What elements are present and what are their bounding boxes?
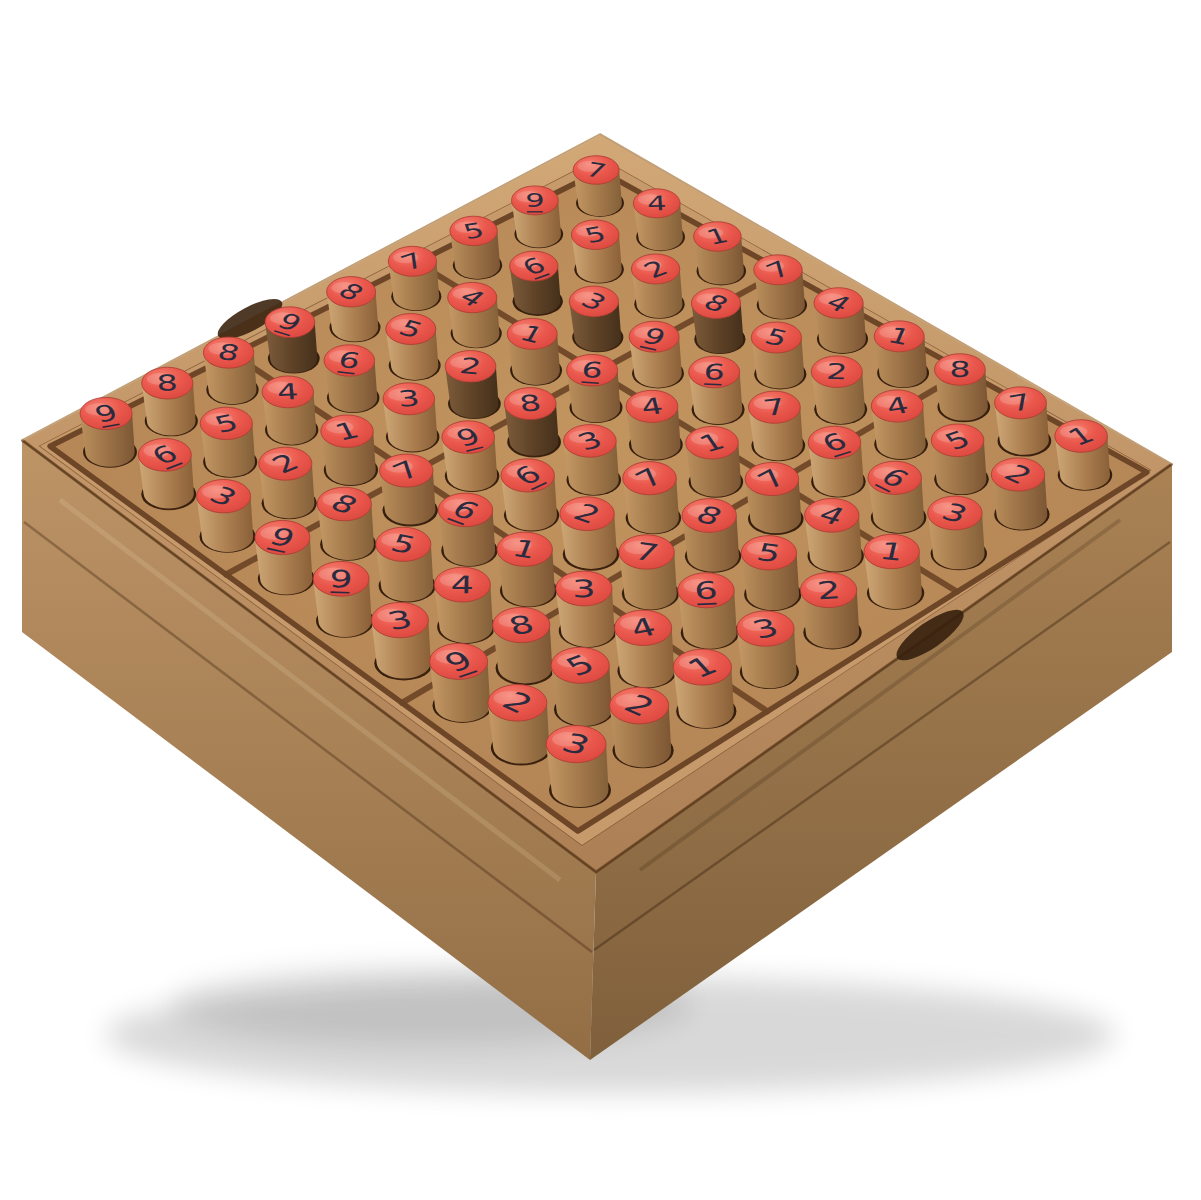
peg-r9c2[interactable]: 6	[138, 438, 194, 508]
peg-digit: 6	[702, 359, 726, 386]
peg-digit: 4	[646, 191, 667, 215]
peg-digit: 6	[580, 357, 605, 384]
peg-digit-group: 4	[276, 379, 299, 405]
peg-r7c9[interactable]: 1	[673, 649, 734, 728]
peg-r2c6[interactable]: 2	[811, 356, 865, 424]
peg-r9c9[interactable]: 3	[546, 726, 608, 808]
digit-underline-mark	[331, 592, 350, 593]
peg-digit: 2	[815, 576, 841, 605]
peg-digit-group: 2	[825, 359, 848, 385]
peg-r6c4[interactable]: 9	[442, 421, 497, 491]
peg-r2c2[interactable]: 5	[571, 220, 621, 283]
wooden-sudoku-board: 7945517627843489511958628626843784479511…	[0, 0, 1201, 1200]
peg-r1c6[interactable]: 1	[874, 321, 927, 388]
peg-digit: 4	[276, 379, 299, 405]
peg-r2c5[interactable]: 5	[751, 322, 804, 389]
peg-r3c2[interactable]: 6	[510, 251, 561, 314]
peg-r9c5[interactable]: 9	[313, 561, 372, 637]
peg-digit-group: 6	[702, 359, 726, 386]
peg-r4c2[interactable]: 4	[448, 282, 500, 347]
peg-digit: 6	[693, 576, 718, 605]
peg-r9c3[interactable]: 3	[197, 480, 254, 552]
peg-r6c9[interactable]: 3	[737, 611, 797, 688]
peg-digit: 9	[328, 564, 353, 593]
peg-r4c3[interactable]: 1	[507, 318, 560, 385]
peg-r6c8[interactable]: 6	[678, 573, 737, 649]
peg-digit: 9	[525, 189, 544, 212]
peg-r8c7[interactable]: 8	[493, 607, 553, 683]
peg-r6c5[interactable]: 6	[501, 459, 557, 531]
peg-r2c9[interactable]: 2	[991, 458, 1047, 530]
peg-r3c6[interactable]: 7	[749, 391, 803, 460]
peg-digit-group: 9	[525, 189, 544, 212]
peg-r2c7[interactable]: 4	[871, 390, 925, 459]
peg-r9c1[interactable]: 9	[80, 397, 135, 466]
peg-r3c8[interactable]: 6	[868, 461, 924, 533]
peg-r8c5[interactable]: 5	[376, 527, 434, 601]
peg-r9c4[interactable]: 9	[255, 520, 313, 594]
peg-r2c3[interactable]: 2	[631, 254, 682, 318]
peg-digit: 8	[949, 357, 971, 383]
peg-r2c8[interactable]: 5	[931, 424, 986, 494]
peg-r3c1[interactable]: 5	[450, 216, 500, 279]
peg-r1c8[interactable]: 7	[995, 387, 1049, 455]
peg-r7c8[interactable]: 4	[615, 610, 675, 687]
peg-digit: 3	[396, 385, 421, 412]
peg-r5c2[interactable]: 5	[386, 314, 439, 380]
peg-digit-group: 2	[815, 576, 841, 605]
digit-underline-mark	[704, 384, 721, 385]
peg-digit-group: 4	[646, 191, 667, 215]
peg-r9c7[interactable]: 9	[430, 643, 491, 722]
peg-digit-group: 4	[450, 570, 474, 598]
peg-r8c2[interactable]: 5	[200, 407, 255, 477]
peg-r7c2[interactable]: 4	[262, 376, 316, 445]
peg-r9c6[interactable]: 3	[371, 602, 431, 678]
peg-r3c5[interactable]: 6	[689, 356, 743, 424]
peg-r7c1[interactable]: 8	[203, 337, 256, 404]
peg-digit: 2	[825, 359, 848, 385]
peg-r4c1[interactable]: 7	[388, 246, 439, 310]
peg-r8c6[interactable]: 4	[434, 567, 493, 643]
peg-r3c9[interactable]: 3	[928, 496, 985, 569]
peg-r6c2[interactable]: 6	[324, 345, 377, 412]
peg-digit: 3	[572, 574, 596, 602]
peg-r7c5[interactable]: 6	[438, 493, 495, 566]
peg-r2c1[interactable]: 9	[512, 186, 562, 248]
peg-r4c6[interactable]: 1	[686, 426, 741, 496]
peg-r7c4[interactable]: 7	[380, 454, 436, 524]
peg-digit-group: 9	[328, 564, 353, 593]
peg-r3c3[interactable]: 3	[569, 286, 621, 351]
peg-r8c1[interactable]: 8	[142, 367, 196, 435]
peg-digit-group: 8	[949, 357, 971, 383]
peg-r8c8[interactable]: 5	[551, 647, 612, 726]
peg-digit: 8	[156, 370, 179, 396]
peg-r1c5[interactable]: 4	[814, 288, 866, 353]
peg-r1c1[interactable]: 7	[573, 156, 622, 217]
peg-r9c8[interactable]: 2	[488, 685, 550, 764]
digit-underline-mark	[698, 604, 717, 605]
peg-r5c6[interactable]: 7	[623, 462, 679, 534]
product-photo: 7945517627843489511958628626843784479511…	[0, 0, 1201, 1200]
peg-r4c7[interactable]: 7	[745, 462, 801, 533]
peg-digit-group: 3	[572, 574, 596, 602]
peg-r1c3[interactable]: 1	[694, 222, 744, 285]
peg-r3c7[interactable]: 6	[808, 426, 863, 496]
peg-r1c7[interactable]: 8	[934, 354, 988, 421]
peg-r4c4[interactable]: 6	[567, 354, 621, 422]
peg-r1c4[interactable]: 7	[754, 255, 805, 319]
peg-r4c5[interactable]: 4	[626, 390, 680, 459]
peg-digit-group: 3	[396, 385, 421, 412]
peg-r6c6[interactable]: 2	[560, 497, 617, 569]
peg-digit-group: 8	[156, 370, 179, 396]
peg-r3c4[interactable]: 9	[629, 321, 682, 387]
peg-r6c7[interactable]: 7	[619, 535, 677, 610]
peg-r5c3[interactable]: 2	[445, 351, 498, 419]
peg-r1c2[interactable]: 4	[633, 189, 683, 251]
peg-r8c9[interactable]: 2	[610, 687, 672, 767]
peg-r1c9[interactable]: 1	[1055, 420, 1110, 490]
peg-r5c4[interactable]: 8	[504, 388, 558, 456]
peg-r5c1[interactable]: 8	[327, 277, 379, 342]
peg-r4c9[interactable]: 1	[864, 534, 922, 609]
peg-r2c4[interactable]: 8	[691, 288, 743, 353]
peg-r7c6[interactable]: 1	[497, 532, 555, 606]
peg-digit-group: 6	[693, 576, 718, 605]
peg-r6c3[interactable]: 3	[383, 383, 437, 452]
peg-r6c1[interactable]: 9	[265, 307, 317, 373]
peg-r5c8[interactable]: 5	[741, 536, 799, 611]
peg-r7c3[interactable]: 1	[321, 415, 376, 485]
peg-r8c4[interactable]: 8	[317, 487, 374, 560]
peg-r8c3[interactable]: 2	[259, 447, 315, 518]
peg-r5c5[interactable]: 3	[564, 425, 619, 495]
peg-digit: 4	[450, 570, 474, 598]
peg-r5c9[interactable]: 2	[800, 573, 859, 649]
peg-r4c8[interactable]: 4	[805, 498, 862, 571]
peg-r7c7[interactable]: 3	[556, 571, 615, 647]
peg-r5c7[interactable]: 8	[682, 499, 739, 572]
peg-digit-group: 6	[580, 357, 605, 384]
